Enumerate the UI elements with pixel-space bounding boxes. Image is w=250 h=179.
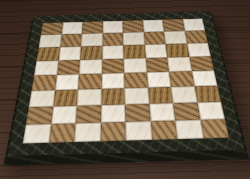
square-d5[interactable]	[102, 59, 124, 74]
square-f5[interactable]	[145, 57, 169, 72]
square-b4[interactable]	[55, 74, 79, 90]
square-c8[interactable]	[82, 21, 103, 34]
square-e8[interactable]	[123, 20, 144, 32]
square-h6[interactable]	[187, 43, 211, 57]
square-g6[interactable]	[166, 44, 189, 58]
square-a3[interactable]	[29, 90, 55, 107]
square-h7[interactable]	[184, 30, 207, 43]
square-e6[interactable]	[123, 45, 145, 59]
square-f7[interactable]	[143, 32, 165, 45]
square-d1[interactable]	[100, 122, 126, 141]
square-c3[interactable]	[77, 89, 101, 106]
square-f2[interactable]	[149, 103, 175, 121]
square-g8[interactable]	[162, 19, 184, 31]
table-surface	[0, 0, 250, 179]
square-e4[interactable]	[124, 72, 148, 88]
square-h2[interactable]	[197, 102, 225, 120]
square-g2[interactable]	[173, 102, 200, 120]
square-f4[interactable]	[146, 72, 170, 88]
board-grid	[23, 18, 229, 143]
square-c5[interactable]	[79, 59, 102, 74]
square-e7[interactable]	[123, 32, 144, 45]
chess-board	[8, 11, 245, 156]
square-d2[interactable]	[100, 104, 125, 122]
square-d7[interactable]	[102, 33, 123, 46]
square-f6[interactable]	[144, 44, 167, 58]
square-c4[interactable]	[78, 74, 102, 90]
square-a5[interactable]	[34, 61, 58, 76]
square-e2[interactable]	[125, 104, 150, 122]
square-h5[interactable]	[189, 56, 214, 71]
square-h1[interactable]	[200, 119, 229, 138]
square-b7[interactable]	[60, 34, 82, 47]
square-b1[interactable]	[49, 123, 76, 142]
square-d8[interactable]	[102, 21, 123, 33]
square-g5[interactable]	[167, 57, 191, 72]
square-e3[interactable]	[124, 88, 148, 105]
square-d6[interactable]	[102, 45, 124, 59]
square-h8[interactable]	[182, 18, 205, 30]
square-f8[interactable]	[142, 20, 163, 32]
square-g1[interactable]	[175, 120, 203, 139]
square-b5[interactable]	[57, 60, 80, 75]
square-a7[interactable]	[39, 34, 62, 47]
square-d4[interactable]	[101, 73, 124, 89]
square-f3[interactable]	[148, 87, 173, 104]
square-b8[interactable]	[61, 22, 82, 35]
square-a1[interactable]	[23, 124, 51, 143]
square-a6[interactable]	[36, 47, 59, 61]
square-h4[interactable]	[191, 70, 217, 86]
square-a2[interactable]	[26, 107, 53, 125]
square-e5[interactable]	[124, 58, 147, 73]
square-h3[interactable]	[194, 86, 221, 103]
square-a4[interactable]	[31, 75, 56, 91]
square-g7[interactable]	[164, 31, 187, 44]
square-a8[interactable]	[41, 22, 63, 35]
square-c6[interactable]	[80, 46, 102, 60]
square-c2[interactable]	[76, 105, 101, 123]
square-b6[interactable]	[58, 46, 81, 60]
square-e1[interactable]	[125, 121, 151, 140]
square-c1[interactable]	[74, 123, 100, 142]
square-b3[interactable]	[53, 90, 78, 107]
square-c7[interactable]	[81, 33, 102, 46]
square-b2[interactable]	[51, 106, 77, 124]
square-g4[interactable]	[169, 71, 194, 87]
square-d3[interactable]	[101, 88, 125, 105]
square-g3[interactable]	[171, 86, 197, 103]
square-f1[interactable]	[150, 121, 177, 140]
